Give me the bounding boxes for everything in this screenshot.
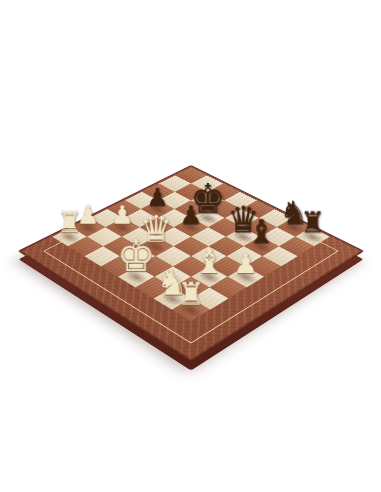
chess-board: ♞♜♚♛♝♟♟♟♟♛♝♟♜♚♞♜: [19, 166, 363, 361]
piece-shadow: [74, 220, 102, 236]
black-rook-a8: ♜: [289, 186, 334, 237]
chess-product-photo: ♞♜♚♛♝♟♟♟♟♛♝♟♜♚♞♜: [0, 0, 381, 492]
board-frame: ♞♜♚♛♝♟♟♟♟♛♝♟♜♚♞♜: [19, 166, 363, 361]
board-grid: ♞♜♚♛♝♟♟♟♟♛♝♟♜♚♞♜: [52, 167, 330, 321]
